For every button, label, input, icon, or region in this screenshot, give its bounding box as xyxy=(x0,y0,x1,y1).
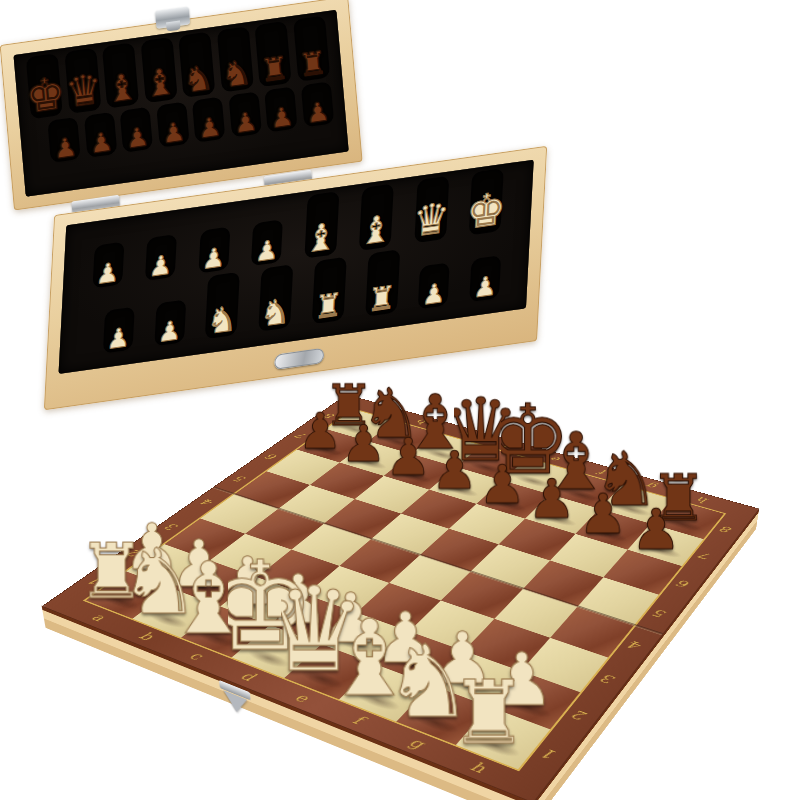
light-pawn-piece: ♟ xyxy=(421,279,445,309)
tray-slot-bishop: ♝ xyxy=(140,37,177,103)
dark-pawn-piece: ♟ xyxy=(233,108,258,137)
light-pawn-piece: ♟ xyxy=(254,236,278,266)
tray-slot-queen: ♛ xyxy=(64,48,101,114)
tray-slot-pawn: ♟ xyxy=(469,255,501,302)
tray-slot-knight: ♞ xyxy=(258,264,293,332)
clasp-icon xyxy=(155,6,190,29)
dark-pawn-piece: ♟ xyxy=(52,133,77,162)
tray-slot-pawn: ♟ xyxy=(48,117,81,163)
light-bishop-piece: ♝ xyxy=(304,218,338,259)
tray-slot-pawn: ♟ xyxy=(154,300,186,347)
tray-slot-pawn: ♟ xyxy=(92,242,124,289)
tray-slot-pawn: ♟ xyxy=(192,97,225,143)
tray-slot-rook: ♜ xyxy=(365,249,400,317)
tray-slot-pawn: ♟ xyxy=(103,307,135,354)
dark-pawn-glyph: ♟ xyxy=(578,488,627,540)
dark-pawn-glyph: ♟ xyxy=(528,473,577,524)
light-pawn-piece: ♟ xyxy=(157,316,181,346)
dark-pawn-piece: ♟ xyxy=(89,128,114,157)
tray-slot-pawn: ♟ xyxy=(300,81,333,127)
light-bishop-piece: ♝ xyxy=(359,210,393,251)
tray-slot-pawn: ♟ xyxy=(264,86,297,132)
light-king-piece: ♚ xyxy=(465,186,506,236)
dark-pawn-glyph: ♟ xyxy=(478,459,526,510)
light-pawn-piece: ♟ xyxy=(106,323,130,353)
tray-slot-rook: ♜ xyxy=(255,21,292,87)
dark-bishop-piece: ♝ xyxy=(142,63,177,103)
board-frame: aabbccddeeffgghh8877665544332211♜♞♝♛♚♝♞♜… xyxy=(43,395,759,800)
dark-rook-piece: ♜ xyxy=(259,52,289,87)
tray-slot-pawn: ♟ xyxy=(84,112,117,158)
dark-pawn-glyph: ♟ xyxy=(298,407,343,454)
storage-case: ♚♛♝♝♞♞♜♜ ♟♟♟♟♟♟♟♟ ♟♟♟♟♝♝♛♚ ♟♟♞♞♜♜♟♟ xyxy=(0,0,562,415)
tray-slot-rook: ♜ xyxy=(293,15,330,81)
dark-pawn-piece: ♟ xyxy=(161,118,186,147)
tray-slot-bishop: ♝ xyxy=(359,183,394,251)
dark-pawn-piece: ♟ xyxy=(125,123,150,152)
dark-pawn-piece: ♟ xyxy=(305,98,330,127)
dark-knight-piece: ♞ xyxy=(182,60,215,98)
tray-slot-pawn: ♟ xyxy=(418,262,450,309)
light-pawn-piece: ♟ xyxy=(95,258,119,288)
dark-pawn-glyph: ♟ xyxy=(341,420,386,468)
dark-knight-piece: ♞ xyxy=(220,54,253,92)
latch-icon xyxy=(274,348,324,370)
tray-slot-pawn: ♟ xyxy=(251,219,283,266)
light-rook-glyph: ♜ xyxy=(450,671,529,754)
light-pawn-piece: ♟ xyxy=(148,251,172,281)
tray-slot-king: ♚ xyxy=(26,53,63,119)
dark-bishop-piece: ♝ xyxy=(104,68,139,108)
tray-slot-rook: ♜ xyxy=(312,257,347,325)
light-knight-piece: ♞ xyxy=(259,293,291,332)
tray-slot-bishop: ♝ xyxy=(102,42,139,108)
tray-slot-knight: ♞ xyxy=(216,26,253,92)
light-pawn-piece: ♟ xyxy=(473,272,497,302)
dark-pawn-glyph: ♟ xyxy=(631,503,681,556)
dark-pawn-glyph: ♟ xyxy=(385,432,431,481)
light-queen-piece: ♛ xyxy=(412,197,451,244)
tray-slot-knight: ♞ xyxy=(205,272,240,340)
tray-slot-pawn: ♟ xyxy=(228,91,261,137)
tray-slot-bishop: ♝ xyxy=(304,191,339,259)
light-pawn-piece: ♟ xyxy=(201,243,225,273)
light-rook-piece: ♜ xyxy=(367,281,396,316)
tray-slot-pawn: ♟ xyxy=(145,234,177,281)
tray-slot-pawn: ♟ xyxy=(198,227,230,274)
lid-felt-tray: ♚♛♝♝♞♞♜♜ ♟♟♟♟♟♟♟♟ xyxy=(13,10,348,197)
light-rook-piece: ♜ xyxy=(314,289,343,324)
dark-king-piece: ♚ xyxy=(24,70,67,119)
tray-slot-king: ♚ xyxy=(469,168,504,236)
tray-slot-pawn: ♟ xyxy=(156,102,189,148)
product-photo-scene: ♚♛♝♝♞♞♜♜ ♟♟♟♟♟♟♟♟ ♟♟♟♟♝♝♛♚ ♟♟♞♞♜♜♟♟ xyxy=(0,0,800,800)
tray-slot-knight: ♞ xyxy=(178,32,215,98)
chess-board-3d: aabbccddeeffgghh8877665544332211♜♞♝♛♚♝♞♜… xyxy=(43,395,759,800)
dark-queen-piece: ♛ xyxy=(64,68,104,114)
dark-pawn-piece: ♟ xyxy=(197,113,222,142)
tray-slot-pawn: ♟ xyxy=(120,107,153,153)
dark-rook-piece: ♜ xyxy=(297,47,327,82)
light-knight-piece: ♞ xyxy=(206,300,238,339)
dark-pawn-piece: ♟ xyxy=(269,103,294,132)
tray-slot-queen: ♛ xyxy=(414,176,449,244)
dark-pawn-glyph: ♟ xyxy=(431,445,478,495)
